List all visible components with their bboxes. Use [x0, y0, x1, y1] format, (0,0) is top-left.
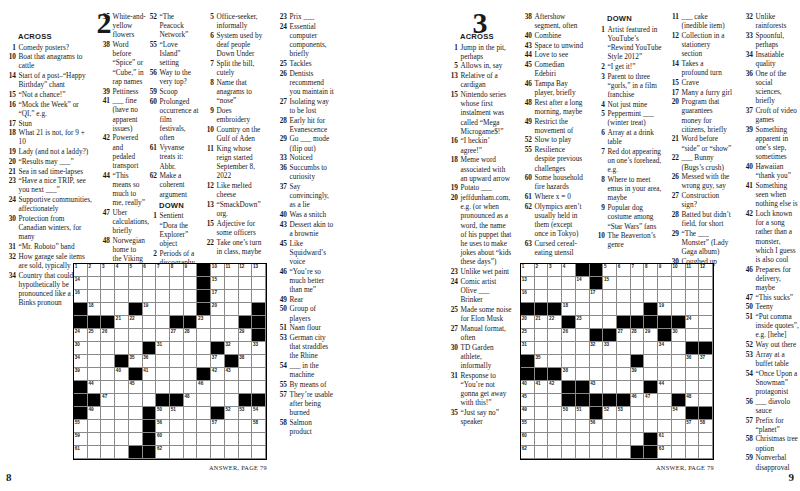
clue: 11King whose reign started September 8, …: [203, 144, 265, 181]
clue-number: 55: [276, 380, 287, 389]
white-cell-r4c6: [590, 303, 604, 316]
white-cell-r13c8: [170, 420, 184, 433]
clue-number: 26: [668, 172, 679, 190]
cell-number: 37: [700, 355, 705, 360]
white-cell-r1c3: 3: [548, 264, 562, 277]
clue-number: 30: [447, 343, 458, 371]
white-cell-r14c11: 61: [658, 433, 672, 446]
white-cell-r5c5: 23: [576, 316, 590, 329]
clue: 44“This means so much to me, really”: [99, 171, 146, 208]
white-cell-r11c6: [143, 394, 157, 407]
clue-number: 27: [276, 97, 287, 115]
black-cell-r2c10: [197, 277, 211, 290]
white-cell-r10c13: [686, 381, 700, 394]
white-cell-r9c8: [170, 368, 184, 381]
clue-text: Program that guarantees money for citize…: [682, 97, 733, 134]
white-cell-r15c4: [562, 446, 576, 459]
clue: 40Combine: [521, 31, 587, 40]
cell-number: 49: [522, 407, 527, 412]
clue: 61Vyvanse treats it: Abbr.: [146, 143, 199, 171]
cell-number: 21: [535, 316, 540, 321]
black-cell-r5c9: [184, 316, 198, 329]
clue-number: 37: [276, 182, 287, 210]
white-cell-r3c3: [548, 290, 562, 303]
clue: 43Space to unwind: [521, 41, 587, 50]
white-cell-r1c10: 8: [644, 264, 658, 277]
white-cell-r13c9: [631, 420, 645, 433]
white-cell-r10c9: [631, 381, 645, 394]
cell-number: 22: [549, 316, 554, 321]
black-cell-r6c14: [252, 329, 266, 342]
clue: 36One of the social sciences, briefly: [742, 69, 799, 106]
white-cell-r15c4: [115, 446, 129, 459]
clue-number: 52: [742, 340, 753, 349]
clue-text: Artist featured in YouTube’s “Rewind You…: [608, 25, 663, 62]
white-cell-r6c1: 24: [74, 329, 88, 342]
black-cell-r4c1: [521, 303, 535, 316]
white-cell-r4c13: [686, 303, 700, 316]
white-cell-r4c9: [184, 303, 198, 316]
clue: 4Not just mine: [594, 100, 662, 109]
white-cell-r4c7: [156, 303, 170, 316]
clue: 40Hawaiian “thank you”: [742, 162, 799, 180]
clue-number: 4: [594, 100, 605, 109]
clue: 51“Put comma inside quotes”, e.g. [hehe]: [742, 312, 799, 340]
white-cell-r13c3: [548, 420, 562, 433]
white-cell-r9c7: [603, 368, 617, 381]
white-cell-r15c1: 61: [74, 446, 88, 459]
clue: 49Rear: [276, 295, 334, 304]
clue-number: 33: [276, 153, 287, 162]
clue: 17Stun: [5, 119, 93, 128]
cell-number: 25: [88, 329, 93, 334]
white-cell-r5c13: 24: [686, 316, 700, 329]
white-cell-r2c4: [562, 277, 576, 290]
clue-text: Was a snitch: [290, 210, 327, 219]
white-cell-r15c2: [535, 446, 549, 459]
white-cell-r8c1: 34: [74, 355, 88, 368]
clue-number: 58: [742, 434, 753, 452]
white-cell-r1c12: 11: [225, 264, 239, 277]
clue: 54___ in the machine: [276, 361, 334, 379]
clue-text: Like melted cheese: [217, 181, 266, 199]
white-cell-r3c14: [699, 290, 713, 303]
white-cell-r7c10: [197, 342, 211, 355]
clue-text: Manual format, often: [461, 324, 513, 342]
clue-text: Parent to three “gorls,” in a film franc…: [608, 72, 663, 100]
clue-text: Relative of a cardigan: [461, 71, 513, 89]
clue-number: 51: [742, 312, 753, 340]
cell-number: 60: [157, 433, 162, 438]
cell-number: 35: [535, 355, 540, 360]
clue-text: Rear: [290, 295, 304, 304]
clue-number: 28: [276, 116, 287, 134]
cell-number: 57: [686, 420, 691, 425]
white-cell-r1c5: 5: [129, 264, 143, 277]
cell-number: 57: [212, 420, 217, 425]
clue: 20“Results may ___”: [5, 157, 93, 166]
clue-number: 18: [5, 128, 16, 146]
white-cell-r3c2: [88, 290, 102, 303]
white-cell-r7c4: [562, 342, 576, 355]
clue: 57They’re usable after being burned: [276, 390, 334, 418]
clue: 44Love to see: [521, 50, 587, 59]
cell-number: 54: [253, 407, 258, 412]
black-cell-r7c11: [211, 342, 225, 355]
white-cell-r8c4: [562, 355, 576, 368]
white-cell-r2c7: 15: [603, 277, 617, 290]
clue-number: 53: [276, 333, 287, 361]
clue-number: 12: [203, 181, 214, 199]
white-cell-r4c7: [603, 303, 617, 316]
cell-number: 15: [604, 277, 609, 282]
clue: 17Many a furry girl: [668, 88, 732, 97]
white-cell-r6c2: [535, 329, 549, 342]
white-cell-r12c8: 53: [617, 407, 631, 420]
clue: 57Prefix for “planet”: [742, 416, 799, 434]
black-cell-r1c6: [590, 264, 604, 277]
white-cell-r2c12: [672, 277, 686, 290]
white-cell-r6c4: 26: [562, 329, 576, 342]
cell-number: 6: [618, 264, 621, 269]
clue: 27Construction sign?: [668, 191, 732, 209]
white-cell-r9c8: [617, 368, 631, 381]
clue-text: Adjective for some officers: [217, 219, 266, 237]
clue-number: 30: [5, 214, 16, 242]
clue-text: “Not a chance!”: [19, 90, 66, 99]
black-cell-r5c3: [101, 316, 115, 329]
clue-number: 27: [668, 191, 679, 209]
white-cell-r9c1: 39: [74, 368, 88, 381]
clue-number: 23: [276, 12, 287, 21]
clue-number: 11: [668, 12, 679, 30]
black-cell-r4c2: [535, 303, 549, 316]
clue-text: Unlike wet paint: [461, 267, 510, 276]
white-cell-r3c3: [101, 290, 115, 303]
clue-number: 41: [99, 96, 110, 133]
black-cell-r11c2: [88, 394, 102, 407]
clue: 41___ fine (have no apparent issues): [99, 96, 146, 133]
white-cell-r11c10: [197, 394, 211, 407]
white-cell-r10c8: [617, 381, 631, 394]
clue-number: 15: [203, 219, 214, 237]
white-cell-r9c6: [590, 368, 604, 381]
clue: 19Lady (and not a laddy?): [5, 147, 93, 156]
clue-number: 25: [276, 59, 287, 68]
clue-number: 56: [146, 68, 157, 86]
clue: 30TD Garden athlete, informally: [447, 343, 512, 371]
clue-number: 54: [276, 361, 287, 379]
white-cell-r12c3: [548, 407, 562, 420]
clue-text: Powered and pedaled transport: [113, 133, 147, 170]
black-cell-r15c5: [129, 446, 143, 459]
clue-number: 21: [668, 134, 679, 152]
white-cell-r12c5: [129, 407, 143, 420]
white-cell-r11c11: [211, 394, 225, 407]
clue-number: 19: [447, 183, 458, 192]
white-cell-r13c12: [672, 420, 686, 433]
clue-number: 47: [742, 293, 753, 302]
white-cell-r14c14: [252, 433, 266, 446]
clue: 27Manual format, often: [447, 324, 512, 342]
white-cell-r2c5: [129, 277, 143, 290]
cell-number: 44: [88, 381, 93, 386]
clue: 55Resilience despite previous challenges: [521, 145, 587, 173]
white-cell-r9c6: 41: [143, 368, 157, 381]
clue-text: Something seen when nothing else is: [756, 181, 800, 209]
clue-text: Prix ___: [290, 12, 315, 21]
clue-text: Like Squidward’s voice: [290, 239, 335, 267]
clue-number: 19: [5, 147, 16, 156]
cell-number: 13: [253, 264, 258, 269]
clue-number: 34: [5, 271, 16, 308]
white-cell-r7c2: [535, 342, 549, 355]
clue: 61Where x = 0: [521, 192, 587, 201]
white-cell-r1c8: 8: [170, 264, 184, 277]
clue: 27Isolating way to be lost: [276, 97, 334, 115]
cell-number: 2: [88, 264, 91, 269]
cell-number: 18: [563, 303, 568, 308]
clue-text: Supportive communities, affectionately: [19, 195, 94, 213]
white-cell-r15c11: 63: [658, 446, 672, 459]
cell-number: 8: [645, 264, 648, 269]
black-cell-r15c9: [631, 446, 645, 459]
clue-number: 38: [521, 12, 532, 30]
white-cell-r15c7: 62: [156, 446, 170, 459]
cell-number: 20: [522, 316, 527, 321]
clue-number: 17: [5, 119, 16, 128]
page-number-right: 9: [789, 471, 795, 483]
white-cell-r11c11: [658, 394, 672, 407]
white-cell-r11c3: [548, 394, 562, 407]
cell-number: 26: [102, 329, 107, 334]
white-cell-r6c13: 29: [239, 329, 253, 342]
black-cell-r5c12: [672, 316, 686, 329]
white-cell-r15c13: [686, 446, 700, 459]
clue-text: Essential computer components, briefly: [290, 22, 335, 59]
cell-number: 22: [130, 316, 135, 321]
clue: 40Was a snitch: [276, 210, 334, 219]
clue: 56___ diavolo sauce: [742, 397, 799, 415]
cell-number: 58: [253, 420, 258, 425]
white-cell-r7c13: [239, 342, 253, 355]
white-cell-r7c3: [101, 342, 115, 355]
cell-number: 39: [75, 368, 80, 373]
white-cell-r8c3: [548, 355, 562, 368]
clue-text: Batted but didn’t field, for short: [682, 210, 733, 228]
clue: 29“The ___ Monster” (Lady Gaga album): [668, 229, 732, 257]
white-cell-r7c14: 33: [252, 342, 266, 355]
black-cell-r13c6: [143, 420, 157, 433]
clue-text: Way to the very top?: [160, 68, 200, 86]
white-cell-r3c9: [184, 290, 198, 303]
white-cell-r7c5: [576, 342, 590, 355]
clue-number: 8: [594, 175, 605, 203]
clue-text: The Beaverton’s genre: [608, 231, 663, 249]
clue-text: “Results may ___”: [19, 157, 74, 166]
white-cell-r1c9: 7: [631, 264, 645, 277]
clue: 50Teeny: [742, 302, 799, 311]
clue-number: 6: [594, 128, 605, 146]
white-cell-r8c3: [101, 355, 115, 368]
cell-number: 33: [604, 342, 609, 347]
white-cell-r5c11: [211, 316, 225, 329]
black-cell-r11c7: [156, 394, 170, 407]
white-cell-r8c2: [88, 355, 102, 368]
white-cell-r9c13: [239, 368, 253, 381]
black-cell-r1c5: [576, 264, 590, 277]
white-cell-r15c13: [239, 446, 253, 459]
clue: 23“Have a nice TRIP, see you next ___”: [5, 176, 93, 194]
clue-text: Country on the Gulf of Aden: [217, 125, 266, 143]
white-cell-r13c10: [197, 420, 211, 433]
cell-number: 4: [116, 264, 119, 269]
clue: 54“Once Upon a Snowman” protagonist: [742, 369, 799, 397]
white-cell-r14c7: [603, 433, 617, 446]
white-cell-r15c11: [211, 446, 225, 459]
clue: 53Array at a buffet table: [742, 350, 799, 368]
clue-text: Stun: [19, 119, 32, 128]
clue-text: Group of players: [290, 304, 335, 322]
white-cell-r12c2: [535, 407, 549, 420]
black-cell-r1c10: [197, 264, 211, 277]
white-cell-r14c8: [617, 433, 631, 446]
white-cell-r10c8: [170, 381, 184, 394]
white-cell-r15c8: [170, 446, 184, 459]
black-cell-r5c10: [644, 316, 658, 329]
white-cell-r2c12: [225, 277, 239, 290]
white-cell-r6c3: 26: [101, 329, 115, 342]
cell-number: 19: [659, 303, 664, 308]
clue-text: TD Garden athlete, informally: [461, 343, 513, 371]
white-cell-r5c5: 22: [129, 316, 143, 329]
clue-text: “Mock the Week” or “QI,” e.g.: [19, 100, 94, 118]
cell-number: 23: [577, 316, 582, 321]
white-cell-r6c4: [115, 329, 129, 342]
clue: 1Artist featured in YouTube’s “Rewind Yo…: [594, 25, 662, 62]
black-cell-r12c1: [74, 407, 88, 420]
clue-text: German city that straddles the Rhine: [290, 333, 335, 361]
puzzle-3-clue-column-4: 11___ cake (inedible item)12Collection i…: [668, 12, 732, 267]
clue-number: 15: [5, 90, 16, 99]
clue-number: 50: [742, 302, 753, 311]
clue-text: Comic artist Olive ___ Brinker: [461, 277, 513, 305]
cell-number: 1: [75, 264, 78, 269]
white-cell-r3c10: [644, 290, 658, 303]
cell-number: 58: [700, 420, 705, 425]
clue-text: Office-seeker, informally: [217, 12, 266, 30]
clue-text: Uber calculations, briefly: [113, 208, 150, 236]
clue-text: Unlike rainforests: [756, 12, 800, 30]
clue: 28Early hit for Evanescence: [276, 116, 334, 134]
white-cell-r14c11: [211, 433, 225, 446]
clue-text: Salmon product: [290, 418, 335, 436]
clue-text: Isolating way to be lost: [290, 97, 335, 115]
white-cell-r14c5: [576, 433, 590, 446]
clue-text: Where to meet emus in your area, maybe: [608, 175, 663, 203]
cell-number: 50: [157, 407, 162, 412]
white-cell-r14c2: [535, 433, 549, 446]
puzzle-3-clue-column-5: 32Unlike rainforests33Spoonful, perhaps3…: [742, 12, 799, 472]
clue: 10The Beaverton’s genre: [594, 231, 662, 249]
white-cell-r7c6: 32: [590, 342, 604, 355]
white-cell-r5c4: 21: [115, 316, 129, 329]
clue-number: 49: [521, 117, 532, 135]
clue: 10Boat that anagrams to cattle: [5, 52, 93, 70]
black-cell-r6c11: [658, 329, 672, 342]
clue-number: 54: [742, 369, 753, 397]
white-cell-r14c10: [197, 433, 211, 446]
clue-number: 62: [521, 202, 532, 239]
clue: 22Take one’s turn in class, maybe: [203, 238, 265, 256]
cell-number: 39: [631, 368, 636, 373]
cell-number: 12: [239, 264, 244, 269]
clue-number: 62: [146, 171, 157, 199]
white-cell-r7c9: [631, 342, 645, 355]
white-cell-r9c11: 42: [211, 368, 225, 381]
white-cell-r11c2: [535, 394, 549, 407]
white-cell-r15c3: [548, 446, 562, 459]
white-cell-r14c6: [590, 433, 604, 446]
black-cell-r11c4: [562, 394, 576, 407]
white-cell-r6c11: [211, 329, 225, 342]
white-cell-r3c13: [686, 290, 700, 303]
clue-number: 22: [203, 238, 214, 256]
clue-text: Tackles: [290, 59, 312, 68]
clue: 11___ cake (inedible item): [668, 12, 732, 30]
clue-text: ___ cake (inedible item): [682, 12, 733, 30]
white-cell-r14c7: 60: [156, 433, 170, 446]
white-cell-r12c10: [197, 407, 211, 420]
cell-number: 4: [563, 264, 566, 269]
cell-number: 61: [75, 446, 80, 451]
black-cell-r10c4: [562, 381, 576, 394]
white-cell-r3c11: 17: [211, 290, 225, 303]
clue-number: 10: [203, 125, 214, 143]
white-cell-r10c5: 45: [129, 381, 143, 394]
black-cell-r8c4: [115, 355, 129, 368]
cell-number: 9: [659, 264, 662, 269]
white-cell-r2c11: 15: [211, 277, 225, 290]
cell-number: 9: [184, 264, 187, 269]
cell-number: 28: [184, 329, 189, 334]
white-cell-r8c14: [252, 355, 266, 368]
white-cell-r10c7: [603, 381, 617, 394]
clue: 38Aftershow segment, often: [521, 12, 587, 30]
cell-number: 34: [75, 355, 80, 360]
clue-number: 55: [521, 145, 532, 173]
white-cell-r14c3: [101, 433, 115, 446]
clue: 7Red dot appearing on one’s forehead, e.…: [594, 147, 662, 175]
clue-text: Nintendo series whose first instalment w…: [461, 90, 513, 136]
white-cell-r15c10: [197, 446, 211, 459]
cell-number: 3: [102, 264, 105, 269]
answer-note: ANSWER, PAGE 79: [145, 464, 267, 471]
white-cell-r1c7: 5: [603, 264, 617, 277]
white-cell-r14c1: 59: [74, 433, 88, 446]
clue-text: Start of a post–“Happy Birthday” chant: [19, 71, 94, 89]
cell-number: 30: [673, 329, 678, 334]
clue: 41Something seen when nothing else is: [742, 181, 799, 209]
white-cell-r8c13: 36: [686, 355, 700, 368]
clue-number: 28: [668, 210, 679, 228]
white-cell-r14c13: [686, 433, 700, 446]
clue: 63Cursed cereal-eating utensil: [521, 239, 587, 257]
white-cell-r8c10: [197, 355, 211, 368]
cell-number: 19: [143, 303, 148, 308]
white-cell-r14c14: [699, 433, 713, 446]
white-cell-r8c12: [672, 355, 686, 368]
